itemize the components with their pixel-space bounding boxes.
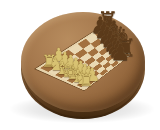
piece-white-pawn: ♟ bbox=[80, 64, 98, 82]
piece-black-pawn: ♟ bbox=[93, 19, 116, 42]
piece-white-knight: ♞ bbox=[74, 70, 91, 87]
piece-black-rook: ♜ bbox=[114, 36, 138, 60]
piece-white-pawn: ♟ bbox=[83, 66, 101, 84]
piece-white-pawn: ♟ bbox=[71, 59, 89, 77]
piece-black-pawn: ♟ bbox=[102, 32, 125, 55]
piece-white-pawn: ♟ bbox=[62, 53, 80, 71]
piece-black-pawn: ♟ bbox=[104, 35, 127, 58]
piece-black-pawn: ♟ bbox=[96, 24, 119, 47]
piece-white-rook: ♜ bbox=[78, 72, 95, 89]
piece-white-rook: ♜ bbox=[41, 53, 58, 70]
piece-white-pawn: ♟ bbox=[67, 56, 85, 74]
piece-black-pawn: ♟ bbox=[107, 38, 130, 61]
piece-white-bishop: ♝ bbox=[69, 68, 86, 85]
piece-black-pawn: ♟ bbox=[89, 14, 112, 37]
chess-set-photo: ♜♞♝♛♚♝♞♜♟♟♟♟♟♟♟♟♟♟♟♟♟♟♟♟♜♞♝♛♚♝♞♜ bbox=[0, 0, 160, 130]
piece-black-bishop: ♝ bbox=[102, 18, 126, 42]
piece-black-knight: ♞ bbox=[112, 33, 136, 57]
piece-black-bishop: ♝ bbox=[109, 30, 133, 54]
piece-black-rook: ♜ bbox=[96, 9, 120, 33]
pieces-layer: ♜♞♝♛♚♝♞♜♟♟♟♟♟♟♟♟♟♟♟♟♟♟♟♟♜♞♝♛♚♝♞♜ bbox=[0, 0, 160, 130]
piece-white-pawn: ♟ bbox=[76, 62, 94, 80]
piece-black-pawn: ♟ bbox=[99, 28, 122, 51]
piece-black-pawn: ♟ bbox=[109, 41, 132, 64]
piece-black-queen: ♛ bbox=[105, 23, 129, 47]
piece-white-king: ♚ bbox=[65, 65, 82, 82]
piece-white-queen: ♛ bbox=[60, 63, 77, 80]
piece-white-bishop: ♝ bbox=[54, 60, 71, 77]
piece-white-pawn: ♟ bbox=[56, 50, 74, 68]
piece-black-knight: ♞ bbox=[99, 14, 123, 38]
piece-white-knight: ♞ bbox=[48, 56, 65, 73]
piece-white-pawn: ♟ bbox=[49, 46, 67, 64]
piece-black-king: ♚ bbox=[107, 26, 131, 50]
